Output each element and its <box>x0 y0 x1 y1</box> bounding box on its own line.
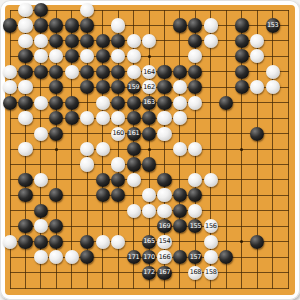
stone-white <box>250 80 264 94</box>
move-number-label: 163 <box>143 99 155 106</box>
move-number-label: 162 <box>143 84 155 91</box>
stone-white <box>111 235 125 249</box>
stone-black-move-170: 170 <box>142 250 156 264</box>
stone-black <box>80 65 94 79</box>
grid-line-vertical <box>288 10 289 289</box>
stone-white <box>250 49 264 63</box>
stone-white <box>96 235 110 249</box>
stone-black <box>96 80 110 94</box>
stone-white <box>18 142 32 156</box>
stone-black <box>219 250 233 264</box>
stone-white <box>96 96 110 110</box>
stone-black <box>157 173 171 187</box>
stone-white <box>127 65 141 79</box>
stone-white <box>266 65 280 79</box>
stone-black <box>111 173 125 187</box>
stone-white <box>80 142 94 156</box>
stone-black <box>96 34 110 48</box>
stone-white <box>80 111 94 125</box>
stone-white <box>96 111 110 125</box>
stone-white <box>127 34 141 48</box>
stone-white <box>204 18 218 32</box>
stone-white <box>188 142 202 156</box>
stone-black <box>49 219 63 233</box>
stone-white <box>34 173 48 187</box>
stone-black <box>96 173 110 187</box>
stone-black <box>49 18 63 32</box>
stone-white <box>127 204 141 218</box>
stone-black <box>65 111 79 125</box>
move-number-label: 166 <box>159 254 171 261</box>
move-number-label: 155 <box>190 223 202 230</box>
stone-black-move-172: 172 <box>142 266 156 280</box>
stone-black <box>65 96 79 110</box>
stone-black <box>235 34 249 48</box>
grid-line-horizontal <box>10 179 289 180</box>
stone-black <box>49 188 63 202</box>
stone-black <box>127 157 141 171</box>
stone-black <box>34 65 48 79</box>
stone-black <box>111 80 125 94</box>
stone-black <box>235 49 249 63</box>
stone-white-move-162: 162 <box>142 80 156 94</box>
stone-black <box>34 18 48 32</box>
stone-white <box>34 49 48 63</box>
stone-white <box>204 250 218 264</box>
stone-white-move-168: 168 <box>188 266 202 280</box>
stone-black <box>142 157 156 171</box>
stone-black <box>250 127 264 141</box>
stone-black <box>34 3 48 17</box>
stone-black <box>188 18 202 32</box>
stone-black <box>96 49 110 63</box>
stone-black <box>80 250 94 264</box>
stone-black <box>18 219 32 233</box>
stone-white <box>80 49 94 63</box>
stone-white <box>250 34 264 48</box>
stone-black <box>127 111 141 125</box>
stone-black <box>250 235 264 249</box>
stone-white <box>111 18 125 32</box>
stone-white <box>157 204 171 218</box>
stone-black <box>49 111 63 125</box>
stone-white <box>142 188 156 202</box>
stone-black <box>49 96 63 110</box>
stone-white <box>157 111 171 125</box>
stone-white <box>3 65 17 79</box>
stone-black <box>34 204 48 218</box>
stone-black <box>65 34 79 48</box>
stone-black <box>173 188 187 202</box>
stone-white <box>173 80 187 94</box>
stone-white <box>157 188 171 202</box>
stone-black <box>188 188 202 202</box>
stone-black-move-159: 159 <box>127 80 141 94</box>
stone-white <box>188 173 202 187</box>
stone-black <box>18 96 32 110</box>
stone-black <box>65 49 79 63</box>
stone-white <box>34 34 48 48</box>
stone-black <box>188 80 202 94</box>
stone-black-move-163: 163 <box>142 96 156 110</box>
stone-black <box>3 18 17 32</box>
stone-black <box>142 111 156 125</box>
stone-white <box>188 204 202 218</box>
stone-black <box>157 65 171 79</box>
star-point <box>55 148 58 151</box>
stone-black <box>111 65 125 79</box>
stone-white <box>18 34 32 48</box>
move-number-label: 171 <box>128 254 140 261</box>
stone-black-move-153: 153 <box>266 18 280 32</box>
stone-white-move-160: 160 <box>111 127 125 141</box>
stone-black <box>173 250 187 264</box>
stone-white <box>96 142 110 156</box>
move-number-label: 169 <box>159 223 171 230</box>
stone-black <box>173 18 187 32</box>
move-number-label: 156 <box>205 223 217 230</box>
stone-white <box>188 49 202 63</box>
stone-black <box>18 49 32 63</box>
stone-black <box>96 65 110 79</box>
move-number-label: 172 <box>143 269 155 276</box>
move-number-label: 168 <box>190 269 202 276</box>
move-number-label: 165 <box>143 238 155 245</box>
stone-black <box>65 18 79 32</box>
stone-black-move-157: 157 <box>188 250 202 264</box>
star-point <box>148 148 151 151</box>
star-point <box>148 55 151 58</box>
move-number-label: 160 <box>112 130 124 137</box>
star-point <box>240 240 243 243</box>
stone-white-move-166: 166 <box>157 250 171 264</box>
stone-white <box>204 173 218 187</box>
stone-black <box>18 188 32 202</box>
stone-white <box>18 80 32 94</box>
stone-white <box>18 111 32 125</box>
stone-white <box>34 219 48 233</box>
stone-black <box>235 80 249 94</box>
grid-line-vertical <box>226 10 227 289</box>
stone-black-move-155: 155 <box>188 219 202 233</box>
stone-white <box>204 34 218 48</box>
stone-white <box>142 34 156 48</box>
stone-black <box>157 96 171 110</box>
stone-black <box>235 18 249 32</box>
stone-black <box>80 80 94 94</box>
go-board[interactable]: 1531641591621631601611691551561651541711… <box>5 5 295 295</box>
stone-black <box>49 34 63 48</box>
stone-black <box>80 235 94 249</box>
move-number-label: 157 <box>190 254 202 261</box>
stone-black <box>111 34 125 48</box>
move-number-label: 167 <box>159 269 171 276</box>
stone-white <box>173 142 187 156</box>
grid-line-horizontal <box>10 288 289 289</box>
stone-black-move-167: 167 <box>157 266 171 280</box>
move-number-label: 161 <box>128 130 140 137</box>
stone-black <box>142 127 156 141</box>
move-number-label: 154 <box>159 238 171 245</box>
move-number-label: 158 <box>205 269 217 276</box>
stone-white <box>18 18 32 32</box>
stone-black <box>49 80 63 94</box>
stone-black <box>188 34 202 48</box>
stone-black-move-165: 165 <box>142 235 156 249</box>
stone-white <box>65 250 79 264</box>
move-number-label: 153 <box>267 22 279 29</box>
stone-white <box>3 235 17 249</box>
stone-black <box>34 235 48 249</box>
stone-white <box>3 80 17 94</box>
stone-black-move-169: 169 <box>157 219 171 233</box>
stone-black <box>18 65 32 79</box>
stone-white <box>188 96 202 110</box>
stone-white <box>204 235 218 249</box>
stone-black <box>49 127 63 141</box>
stone-black <box>173 204 187 218</box>
stone-black <box>127 142 141 156</box>
stone-white-move-158: 158 <box>204 266 218 280</box>
stone-white <box>80 3 94 17</box>
stone-black <box>49 65 63 79</box>
stone-white <box>127 173 141 187</box>
stone-black <box>188 65 202 79</box>
stone-black <box>96 188 110 202</box>
stone-black-move-171: 171 <box>127 250 141 264</box>
grid-line-vertical <box>272 10 273 289</box>
move-number-label: 170 <box>143 254 155 261</box>
stone-white <box>34 96 48 110</box>
stone-white <box>65 65 79 79</box>
stone-white <box>142 204 156 218</box>
stone-white <box>18 3 32 17</box>
stone-black <box>235 65 249 79</box>
star-point <box>240 148 243 151</box>
stone-white <box>49 49 63 63</box>
stone-black <box>3 96 17 110</box>
stone-white <box>34 127 48 141</box>
move-number-label: 159 <box>128 84 140 91</box>
stone-black <box>111 188 125 202</box>
stone-black-move-161: 161 <box>127 127 141 141</box>
stone-black <box>80 18 94 32</box>
stone-white <box>34 250 48 264</box>
stone-black <box>127 96 141 110</box>
stone-white <box>80 157 94 171</box>
stone-black <box>173 65 187 79</box>
stone-white <box>111 157 125 171</box>
stone-black <box>111 96 125 110</box>
stone-white <box>111 111 125 125</box>
stone-white <box>173 96 187 110</box>
board-frame: 1531641591621631601611691551561651541711… <box>0 0 300 300</box>
stone-white <box>266 80 280 94</box>
stone-black <box>49 235 63 249</box>
stone-black <box>80 34 94 48</box>
stone-white <box>173 111 187 125</box>
stone-black <box>173 219 187 233</box>
stone-black <box>18 235 32 249</box>
stone-white-move-154: 154 <box>157 235 171 249</box>
stone-white-move-156: 156 <box>204 219 218 233</box>
stone-black <box>157 80 171 94</box>
stone-black <box>219 96 233 110</box>
stone-white <box>127 49 141 63</box>
stone-white <box>157 127 171 141</box>
stone-white <box>111 49 125 63</box>
stone-black <box>18 173 32 187</box>
stone-white <box>49 250 63 264</box>
move-number-label: 164 <box>143 69 155 76</box>
stone-white-move-164: 164 <box>142 65 156 79</box>
